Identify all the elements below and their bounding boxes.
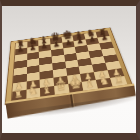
board-square: ♞	[96, 78, 112, 88]
board-square	[27, 72, 40, 81]
board-square: ♛	[54, 84, 69, 94]
board-square: ♝	[40, 86, 55, 97]
board-square: ♞	[26, 88, 40, 99]
board-square: ♜	[110, 76, 127, 86]
board-square: ♜	[12, 90, 27, 101]
photo-background: ♜♞♝♛♚♝♞♜♟♟♟♟♟♟♟♟♟♟♟♟♟♟♟♟♜♞♝♛♚♝♞♜	[2, 6, 136, 133]
board-square	[53, 69, 67, 78]
chess-set-scene: ♜♞♝♛♚♝♞♜♟♟♟♟♟♟♟♟♟♟♟♟♟♟♟♟♜♞♝♛♚♝♞♜	[2, 6, 136, 133]
board-square	[105, 61, 121, 70]
photo-frame: ♜♞♝♛♚♝♞♜♟♟♟♟♟♟♟♟♟♟♟♟♟♟♟♟♜♞♝♛♚♝♞♜	[0, 0, 140, 140]
board-square	[40, 70, 54, 79]
